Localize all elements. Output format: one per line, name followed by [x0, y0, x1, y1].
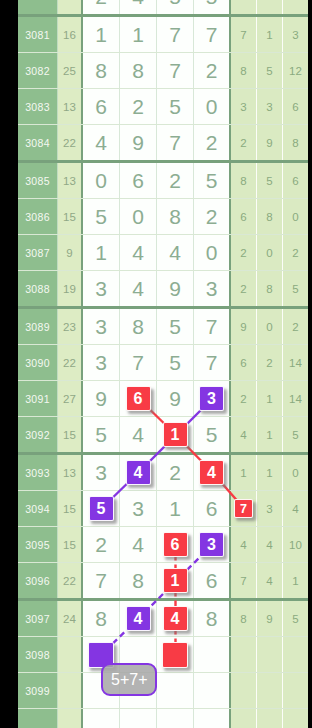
cell-value: 4: [240, 429, 246, 441]
cell-value: 3: [206, 277, 218, 301]
digit-cell: 3: [83, 271, 120, 306]
issue-cell: 3086: [18, 199, 58, 234]
sum-cell: 13: [58, 89, 83, 124]
stat-cell: 0: [283, 455, 308, 490]
cell-value: 27: [63, 393, 76, 405]
cell-value: 1: [266, 393, 272, 405]
digit-cell: 8: [120, 563, 157, 598]
chart-row: 3084224972298: [18, 125, 308, 163]
cell-value: 4: [240, 539, 246, 551]
cell-value: 3087: [25, 247, 50, 259]
cell-value: 1: [171, 572, 180, 590]
stat-cell: 0: [257, 309, 283, 344]
stat-cell: 1: [257, 417, 283, 452]
trend-chart-grid[interactable]: 3080162455878308116117771330822588728512…: [18, 0, 308, 728]
cell-value: 3090: [25, 357, 50, 369]
digit-cell: 2: [83, 527, 120, 562]
cell-value: 8: [132, 59, 144, 83]
stat-cell: 8: [257, 271, 283, 306]
cell-value: 5: [169, 351, 181, 375]
cell-value: 16: [63, 29, 76, 41]
chart-row: 3093133424110: [18, 455, 308, 491]
stat-cell: 7: [257, 0, 283, 14]
cell-value: 1: [95, 241, 107, 265]
digit-cell: 0: [83, 163, 120, 198]
cell-value: 3: [207, 536, 216, 554]
issue-cell: 3088: [18, 271, 58, 306]
digit-cell: 5: [194, 0, 231, 14]
digit-cell: 4: [120, 417, 157, 452]
cell-value: 4: [132, 533, 144, 557]
stat-cell: 8: [283, 0, 308, 14]
digit-cell: 4: [194, 455, 231, 490]
stat-cell: 14: [283, 381, 308, 416]
stat-cell: 1: [231, 455, 257, 490]
cell-value: 8: [292, 137, 298, 149]
digit-cell: 5: [83, 491, 120, 526]
stat-cell: 6: [283, 89, 308, 124]
digit-cell: 1: [157, 563, 194, 598]
cell-value: 2: [83, 0, 119, 14]
digit-cell: 7: [83, 563, 120, 598]
highlight-square: 3: [199, 386, 224, 411]
cell-value: 5: [194, 0, 229, 14]
digit-cell: 1: [83, 235, 120, 270]
cell-value: 7: [206, 351, 218, 375]
sum-cell: 16: [58, 0, 83, 14]
digit-cell: 8: [194, 601, 231, 636]
cell-value: 7: [169, 131, 181, 155]
stat-cell: [283, 673, 308, 708]
cell-value: 2: [95, 533, 107, 557]
sum-cell: 27: [58, 381, 83, 416]
stat-cell: 4: [231, 527, 257, 562]
digit-cell: 4: [157, 235, 194, 270]
stat-cell: 4: [283, 491, 308, 526]
cell-value: 15: [63, 211, 76, 223]
cell-value: 0: [95, 169, 107, 193]
cell-value: 13: [63, 101, 76, 113]
cell-value: 3094: [25, 503, 50, 515]
issue-cell: 3089: [18, 309, 58, 344]
chart-row: 3085130625856: [18, 163, 308, 199]
stat-cell: [231, 673, 257, 708]
chart-row: 3098: [18, 637, 308, 673]
sum-cell: 19: [58, 271, 83, 306]
cell-value: 4: [120, 0, 156, 14]
stat-cell: [257, 637, 283, 672]
highlight-square: 5: [89, 496, 114, 521]
digit-cell: 9: [157, 381, 194, 416]
digit-cell: 8: [83, 601, 120, 636]
cell-value: 6: [206, 569, 218, 593]
highlight-square: 4: [126, 606, 151, 631]
stat-cell: [231, 637, 257, 672]
lottery-trend-chart-screen: 3080162455878308116117771330822588728512…: [0, 0, 312, 728]
digit-cell: 5: [157, 0, 194, 14]
cell-value: 0: [206, 95, 218, 119]
digit-cell: 8: [120, 53, 157, 88]
cell-value: 8: [169, 205, 181, 229]
highlight-square: 4: [126, 460, 151, 485]
digit-cell: 2: [194, 53, 231, 88]
digit-cell: 3: [83, 309, 120, 344]
digit-cell: 7: [194, 345, 231, 380]
highlight-square: 4: [163, 606, 188, 631]
sum-cell: 22: [58, 345, 83, 380]
cell-value: 8: [95, 59, 107, 83]
cell-value: 4: [266, 539, 272, 551]
cell-value: 3092: [25, 429, 50, 441]
digit-cell: 6: [120, 163, 157, 198]
digit-cell: 3: [194, 527, 231, 562]
sum-cell: 22: [58, 563, 83, 598]
chart-row: 3094155316734: [18, 491, 308, 527]
digit-cell: 4: [120, 0, 157, 14]
issue-cell: 3080: [18, 0, 58, 14]
chart-row: 3097248448895: [18, 601, 308, 637]
cell-value: 25: [63, 65, 76, 77]
cell-value: 19: [63, 283, 76, 295]
digit-cell: 6: [120, 381, 157, 416]
cell-value: 3093: [25, 467, 50, 479]
highlight-square: 6: [126, 386, 151, 411]
issue-cell: 3090: [18, 345, 58, 380]
highlight-square: 6: [163, 532, 188, 557]
cell-value: 5: [206, 423, 218, 447]
highlight-square: 3: [199, 532, 224, 557]
cell-value: 5: [292, 283, 298, 295]
stat-cell: 4: [257, 527, 283, 562]
stat-cell: 8: [257, 199, 283, 234]
cell-value: 12: [289, 65, 302, 77]
stat-cell: 4: [257, 563, 283, 598]
chart-row: 3086155082680: [18, 199, 308, 235]
cell-value: 4: [132, 423, 144, 447]
digit-cell: 6: [194, 491, 231, 526]
cell-value: 2: [240, 247, 246, 259]
issue-cell: 3094: [18, 491, 58, 526]
cell-value: 6: [132, 169, 144, 193]
digit-cell: 5: [83, 417, 120, 452]
cell-value: 5: [292, 613, 298, 625]
digit-cell: 1: [157, 491, 194, 526]
cell-value: 5: [169, 95, 181, 119]
stat-cell: 2: [231, 235, 257, 270]
sum-cell: 23: [58, 309, 83, 344]
issue-cell: 3091: [18, 381, 58, 416]
digit-cell: 2: [120, 89, 157, 124]
digit-cell: 7: [157, 17, 194, 52]
cell-value: 4: [95, 131, 107, 155]
cell-value: 7: [206, 315, 218, 339]
digit-cell: [194, 709, 231, 728]
digit-cell: [157, 709, 194, 728]
digit-cell: 6: [194, 563, 231, 598]
digit-cell: 9: [120, 125, 157, 160]
stat-cell: 9: [257, 601, 283, 636]
stat-cell: 5: [257, 53, 283, 88]
cell-value: 22: [63, 575, 76, 587]
issue-cell: 3081: [18, 17, 58, 52]
cell-value: 24: [63, 613, 76, 625]
cell-value: 9: [95, 387, 107, 411]
stat-cell: 5: [283, 417, 308, 452]
stat-cell: 0: [283, 199, 308, 234]
stat-cell: 6: [283, 163, 308, 198]
cell-value: 8: [240, 65, 246, 77]
cell-value: 9: [240, 321, 246, 333]
cell-value: 3: [240, 101, 246, 113]
cell-value: 9: [66, 247, 72, 259]
issue-cell: 3082: [18, 53, 58, 88]
cell-value: 8: [132, 569, 144, 593]
cell-value: 3: [132, 497, 144, 521]
cell-value: 9: [266, 613, 272, 625]
cell-value: 1: [266, 467, 272, 479]
cell-value: 4: [134, 610, 143, 628]
cell-value: 1: [171, 426, 180, 444]
highlight-square: 7: [234, 499, 253, 518]
cell-value: 7: [132, 351, 144, 375]
cell-value: 0: [266, 247, 272, 259]
cell-value: 3: [95, 315, 107, 339]
digit-cell: [194, 673, 231, 708]
digit-cell: 4: [120, 601, 157, 636]
sum-cell: 22: [58, 125, 83, 160]
cell-value: 9: [169, 387, 181, 411]
cell-value: 2: [206, 131, 218, 155]
digit-cell: 0: [194, 89, 231, 124]
stat-cell: 12: [283, 53, 308, 88]
stat-cell: 3: [257, 89, 283, 124]
cell-value: 2: [240, 137, 246, 149]
stat-cell: 8: [283, 125, 308, 160]
digit-cell: [194, 637, 231, 672]
stat-cell: 6: [231, 199, 257, 234]
cell-value: 3: [95, 461, 107, 485]
cell-value: 8: [266, 283, 272, 295]
stat-cell: 2: [231, 125, 257, 160]
cell-value: 3082: [25, 65, 50, 77]
stat-cell: 7: [231, 563, 257, 598]
cell-value: 7: [240, 575, 246, 587]
chart-row: 3092155415415: [18, 417, 308, 455]
digit-cell: 8: [120, 309, 157, 344]
prediction-tooltip-label: 5+7+: [111, 671, 147, 689]
stat-cell: [257, 673, 283, 708]
cell-value: 22: [63, 357, 76, 369]
stat-cell: 2: [231, 381, 257, 416]
issue-cell: 3097: [18, 601, 58, 636]
cell-value: 0: [132, 205, 144, 229]
cell-value: 0: [266, 321, 272, 333]
digit-cell: 8: [157, 199, 194, 234]
chart-row: 308791440202: [18, 235, 308, 271]
cell-value: 3084: [25, 137, 50, 149]
cell-value: 3089: [25, 321, 50, 333]
digit-cell: 2: [157, 455, 194, 490]
cell-value: 2: [266, 357, 272, 369]
sum-cell: 13: [58, 163, 83, 198]
stat-cell: 1: [283, 563, 308, 598]
stat-cell: 5: [257, 163, 283, 198]
digit-cell: 5: [157, 309, 194, 344]
digit-cell: [83, 709, 120, 728]
cell-value: 7: [206, 23, 218, 47]
stat-cell: 5: [283, 601, 308, 636]
cell-value: 6: [292, 175, 298, 187]
sum-cell: 15: [58, 491, 83, 526]
cell-value: 2: [240, 393, 246, 405]
cell-value: 3091: [25, 393, 50, 405]
cell-value: 9: [132, 131, 144, 155]
cell-value: 2: [169, 169, 181, 193]
digit-cell: [157, 673, 194, 708]
digit-cell: 0: [194, 235, 231, 270]
sum-cell: [58, 709, 83, 728]
digit-cell: 3: [194, 271, 231, 306]
chart-row: 3099: [18, 673, 308, 709]
digit-cell: 0: [120, 199, 157, 234]
cell-value: 8: [231, 0, 256, 14]
stat-cell: 1: [257, 17, 283, 52]
cell-value: 1: [95, 23, 107, 47]
digit-cell: 3: [120, 491, 157, 526]
stat-cell: 8: [231, 0, 257, 14]
cell-value: 5: [266, 65, 272, 77]
stat-cell: 8: [231, 53, 257, 88]
cell-value: 9: [266, 137, 272, 149]
cell-value: 3095: [25, 539, 50, 551]
cell-value: 2: [206, 59, 218, 83]
cell-value: 8: [240, 175, 246, 187]
digit-cell: 2: [194, 125, 231, 160]
cell-value: 8: [95, 607, 107, 631]
prediction-tooltip: 5+7+: [101, 663, 157, 696]
cell-value: 5: [266, 175, 272, 187]
digit-cell: [120, 709, 157, 728]
digit-cell: 2: [194, 199, 231, 234]
issue-cell: 3099: [18, 673, 58, 708]
chart-row: 3089233857902: [18, 309, 308, 345]
cell-value: 14: [289, 393, 302, 405]
stat-cell: 8: [231, 163, 257, 198]
cell-value: 3: [95, 277, 107, 301]
sum-cell: 24: [58, 601, 83, 636]
digit-cell: 7: [157, 53, 194, 88]
stat-cell: 3: [231, 89, 257, 124]
digit-cell: 4: [157, 601, 194, 636]
issue-cell: 3085: [18, 163, 58, 198]
cell-value: 8: [266, 211, 272, 223]
cell-value: 4: [266, 575, 272, 587]
stat-cell: 7: [231, 491, 257, 526]
chart-row: 3096227816741: [18, 563, 308, 601]
stat-cell: 9: [257, 125, 283, 160]
stat-cell: 1: [257, 455, 283, 490]
highlight-square: 1: [163, 422, 188, 447]
sum-cell: 15: [58, 417, 83, 452]
cell-value: 3081: [25, 29, 50, 41]
cell-value: 13: [63, 467, 76, 479]
cell-value: 0: [206, 241, 218, 265]
stat-cell: 8: [231, 601, 257, 636]
digit-cell: 5: [83, 199, 120, 234]
stat-cell: 4: [231, 417, 257, 452]
stat-cell: [231, 709, 257, 728]
stat-cell: [283, 709, 308, 728]
cell-value: 6: [206, 497, 218, 521]
stat-cell: 2: [283, 235, 308, 270]
chart-row: 3080162455878: [18, 0, 308, 17]
issue-cell: 3092: [18, 417, 58, 452]
stat-cell: 3: [257, 491, 283, 526]
digit-cell: [157, 637, 194, 672]
digit-cell: 5: [157, 345, 194, 380]
cell-value: 4: [132, 241, 144, 265]
stat-cell: [257, 709, 283, 728]
cell-value: 3099: [25, 685, 50, 697]
cell-value: 3: [292, 29, 298, 41]
cell-value: 1: [266, 29, 272, 41]
digit-cell: 4: [120, 271, 157, 306]
sum-cell: [58, 637, 83, 672]
stat-cell: 3: [283, 17, 308, 52]
digit-cell: 2: [83, 0, 120, 14]
cell-value: 5: [157, 0, 193, 14]
cell-value: 2: [169, 461, 181, 485]
sum-cell: 15: [58, 527, 83, 562]
cell-value: 3085: [25, 175, 50, 187]
digit-cell: 1: [120, 17, 157, 52]
sum-cell: 15: [58, 199, 83, 234]
cell-value: 3083: [25, 101, 50, 113]
cell-value: 15: [63, 539, 76, 551]
cell-value: 2: [292, 321, 298, 333]
highlight-square: 4: [199, 460, 224, 485]
cell-value: 6: [240, 357, 246, 369]
cell-value: 16: [58, 0, 81, 14]
highlight-square: 1: [163, 568, 188, 593]
cell-value: 5: [206, 169, 218, 193]
cell-value: 7: [240, 502, 247, 516]
cell-value: 7: [240, 29, 246, 41]
issue-cell: 3087: [18, 235, 58, 270]
stat-cell: 2: [231, 271, 257, 306]
digit-cell: 3: [83, 455, 120, 490]
cell-value: 13: [63, 175, 76, 187]
cell-value: 5: [169, 315, 181, 339]
cell-value: 1: [240, 467, 246, 479]
chart-row: [18, 709, 308, 728]
digit-cell: 1: [157, 417, 194, 452]
cell-value: 3088: [25, 283, 50, 295]
digit-cell: 7: [194, 17, 231, 52]
cell-value: 3: [266, 503, 272, 515]
cell-value: 5: [292, 429, 298, 441]
digit-cell: 4: [83, 125, 120, 160]
cell-value: 3086: [25, 211, 50, 223]
cell-value: 4: [134, 464, 143, 482]
stat-cell: 0: [257, 235, 283, 270]
digit-cell: 8: [83, 53, 120, 88]
cell-value: 3096: [25, 575, 50, 587]
digit-cell: 7: [194, 309, 231, 344]
digit-cell: 6: [157, 527, 194, 562]
cell-value: 0: [292, 467, 298, 479]
stat-cell: 9: [231, 309, 257, 344]
